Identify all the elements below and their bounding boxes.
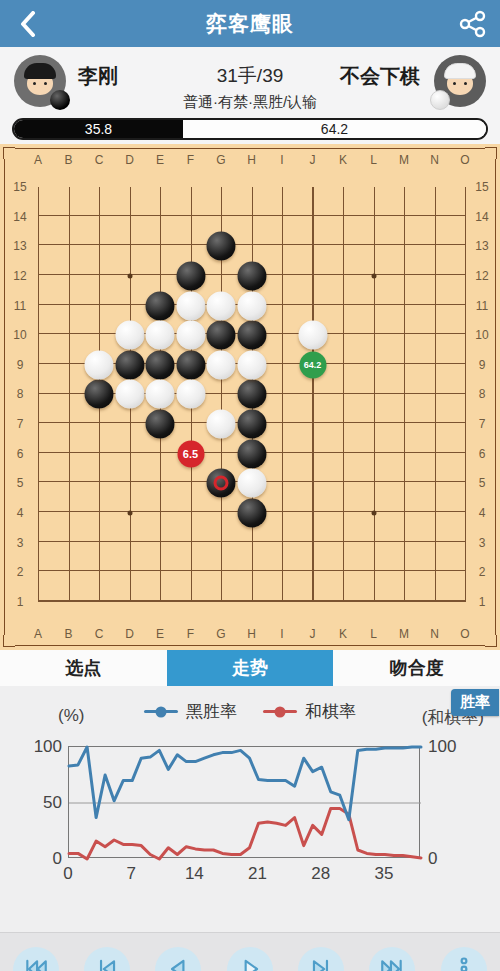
coord-top-J: J [310,153,316,167]
white-stone-D10[interactable] [115,321,144,350]
coord-top-D: D [125,153,134,167]
tab-吻合度[interactable]: 吻合度 [333,650,500,686]
coord-right-8: 8 [479,387,486,401]
coord-top-I: I [280,153,283,167]
x-tick-7: 7 [126,864,135,884]
back-icon[interactable] [10,6,46,42]
coord-right-13: 13 [475,239,488,253]
star-point-L4 [371,511,376,516]
coord-right-1: 1 [479,595,486,609]
legend-label: 和棋率 [305,700,356,723]
black-stone-H12[interactable] [237,261,266,290]
white-stone-H5[interactable] [237,469,266,498]
y-tick-100-left: 100 [26,737,62,757]
coord-bottom-E: E [156,627,164,641]
black-stone-H10[interactable] [237,321,266,350]
star-point-L12 [371,273,376,278]
analysis-tab-bar: 选点走势吻合度 [0,650,500,686]
coord-right-11: 11 [476,299,488,313]
playback-nav-bar [0,932,500,971]
coord-bottom-G: G [216,627,225,641]
white-stone-E10[interactable] [146,321,175,350]
winrate-trend-section: (%) 黑胜率和棋率 (和棋率) 胜率 100 50 0 100 0 07142… [0,686,500,932]
frame-corner [485,635,497,647]
black-stone-D9[interactable] [115,350,144,379]
coord-top-C: C [95,153,104,167]
coord-bottom-F: F [187,627,194,641]
white-stone-H9[interactable] [237,350,266,379]
black-stone-E11[interactable] [146,291,175,320]
coord-bottom-H: H [247,627,256,641]
last-move-marker [214,476,229,491]
coord-left-7: 7 [17,417,24,431]
coord-right-9: 9 [479,358,486,372]
black-stone-F9[interactable] [176,350,205,379]
coord-bottom-A: A [34,627,42,641]
legend-item-黑胜率[interactable]: 黑胜率 [144,700,237,723]
coord-bottom-I: I [280,627,283,641]
coord-right-5: 5 [479,476,486,490]
black-stone-G13[interactable] [207,232,236,261]
white-stone-J10[interactable] [298,321,327,350]
y-tick-100-right: 100 [428,737,456,757]
coord-left-12: 12 [13,269,26,283]
black-stone-G10[interactable] [207,321,236,350]
coord-bottom-B: B [64,627,72,641]
coord-top-B: B [64,153,72,167]
coord-right-15: 15 [475,180,488,194]
white-stone-C9[interactable] [85,350,114,379]
legend-item-和棋率[interactable]: 和棋率 [263,700,356,723]
coord-top-N: N [430,153,439,167]
x-tick-21: 21 [248,864,267,884]
coord-bottom-L: L [370,627,377,641]
y-tick-50-left: 50 [26,793,62,813]
coord-left-13: 13 [13,239,26,253]
black-winrate-line [69,747,421,820]
coord-right-6: 6 [479,447,486,461]
black-stone-H7[interactable] [237,410,266,439]
coord-bottom-D: D [125,627,134,641]
coord-bottom-C: C [95,627,104,641]
more-options-icon[interactable] [441,947,487,971]
x-tick-14: 14 [185,864,204,884]
skip-to-end-icon[interactable] [369,947,415,971]
black-stone-E7[interactable] [146,410,175,439]
previous-move-icon[interactable] [84,947,130,971]
tab-走势[interactable]: 走势 [167,650,334,686]
coord-right-14: 14 [475,210,488,224]
y-tick-0-right: 0 [428,849,437,869]
coord-top-O: O [460,153,469,167]
black-stone-H4[interactable] [237,499,266,528]
player-bar: 李刚 31手/39 不会下棋 普通·有禁·黑胜/认输 35.8 64.2 [0,47,500,144]
white-stone-G11[interactable] [207,291,236,320]
winrate-plot[interactable] [68,746,420,858]
white-stone-F11[interactable] [176,291,205,320]
frame-corner [3,147,15,159]
legend-label: 黑胜率 [186,700,237,723]
white-stone-G7[interactable] [207,410,236,439]
coord-left-5: 5 [17,476,24,490]
coord-left-10: 10 [13,328,26,342]
coord-right-3: 3 [479,536,486,550]
black-stone-C8[interactable] [85,380,114,409]
x-tick-35: 35 [374,864,393,884]
suggested-move-J9[interactable]: 64.2 [299,351,326,378]
coord-left-14: 14 [13,210,26,224]
winrate-white-segment: 64.2 [183,120,486,138]
winrate-bar: 35.8 64.2 [12,118,488,140]
draw-rate-line [69,809,421,859]
black-stone-H8[interactable] [237,380,266,409]
coord-top-K: K [339,153,347,167]
coord-left-11: 11 [14,299,26,313]
avatar-eye [453,82,456,85]
coord-right-4: 4 [479,506,486,520]
avatar-hat [444,63,476,79]
coord-left-9: 9 [17,358,24,372]
coord-top-M: M [399,153,409,167]
skip-to-start-icon[interactable] [13,947,59,971]
step-back-icon[interactable] [155,947,201,971]
suggested-move-F6[interactable]: 6.5 [177,440,204,467]
black-stone-G5[interactable] [207,469,236,498]
white-stone-F10[interactable] [176,321,205,350]
frame-corner [3,635,15,647]
coord-right-10: 10 [475,328,488,342]
step-forward-icon[interactable] [298,947,344,971]
white-stone-G9[interactable] [207,350,236,379]
coord-left-2: 2 [17,565,24,579]
move-counter: 31手/39 [0,63,500,89]
x-tick-28: 28 [311,864,330,884]
game-rules-text: 普通·有禁·黑胜/认输 [0,93,500,112]
tab-选点[interactable]: 选点 [0,650,167,686]
coord-top-A: A [34,153,42,167]
play-icon[interactable] [227,947,273,971]
gomoku-board[interactable]: AABBCCDDEEFFGGHHIIJJKKLLMMNNOO1515141413… [0,144,500,650]
coord-left-15: 15 [13,180,26,194]
coord-bottom-O: O [460,627,469,641]
coord-top-G: G [216,153,225,167]
coord-bottom-K: K [339,627,347,641]
coord-top-F: F [187,153,194,167]
frame-corner [485,147,497,159]
winrate-badge-button[interactable]: 胜率 [451,689,499,716]
coord-bottom-N: N [430,627,439,641]
white-stone-F8[interactable] [176,380,205,409]
coord-top-E: E [156,153,164,167]
coord-top-L: L [370,153,377,167]
legend-line-icon [263,710,297,713]
coord-left-3: 3 [17,536,24,550]
coord-bottom-J: J [310,627,316,641]
coord-left-8: 8 [17,387,24,401]
white-stone-H11[interactable] [237,291,266,320]
avatar-eye [464,82,467,85]
star-point-D12 [127,273,132,278]
black-stone-E9[interactable] [146,350,175,379]
black-stone-H6[interactable] [237,439,266,468]
y-tick-0-left: 0 [26,849,62,869]
header: 弈客鹰眼 [0,0,500,47]
coord-left-1: 1 [17,595,24,609]
legend-line-icon [144,710,178,713]
coord-left-6: 6 [17,447,24,461]
coord-right-12: 12 [475,269,488,283]
white-stone-E8[interactable] [146,380,175,409]
white-player-name: 不会下棋 [340,63,420,90]
coord-bottom-M: M [399,627,409,641]
coord-right-7: 7 [479,417,486,431]
coord-top-H: H [247,153,256,167]
share-icon[interactable] [458,9,488,39]
star-point-D4 [127,511,132,516]
coord-right-2: 2 [479,565,486,579]
winrate-black-segment: 35.8 [14,120,183,138]
white-stone-D8[interactable] [115,380,144,409]
black-stone-F12[interactable] [176,261,205,290]
coord-left-4: 4 [17,506,24,520]
x-tick-0: 0 [63,864,72,884]
page-title: 弈客鹰眼 [206,10,294,38]
